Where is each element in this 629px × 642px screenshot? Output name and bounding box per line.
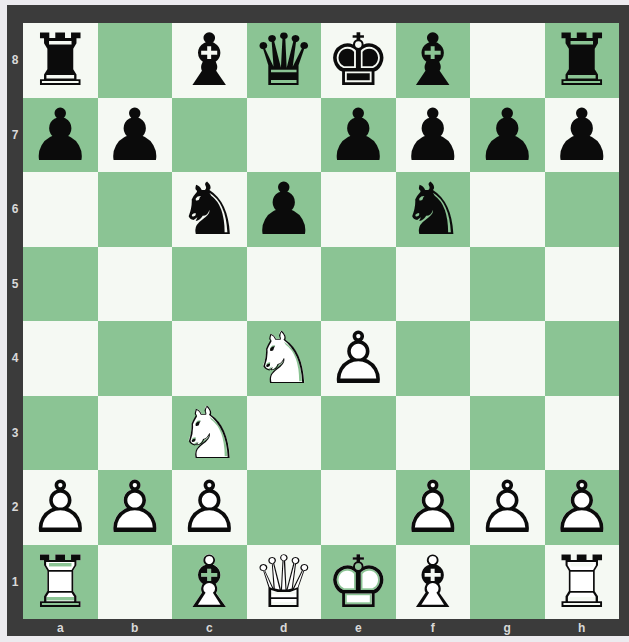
square-e3[interactable] <box>321 396 396 471</box>
file-label-c: c <box>172 619 247 636</box>
rank-label-1: 1 <box>7 545 23 620</box>
square-h4[interactable] <box>545 321 620 396</box>
square-f8[interactable]: ♝ <box>396 23 471 98</box>
square-d1[interactable]: ♛♕ <box>247 545 322 620</box>
square-h6[interactable] <box>545 172 620 247</box>
piece-black-queen[interactable]: ♛ <box>247 23 322 98</box>
square-h3[interactable] <box>545 396 620 471</box>
square-c4[interactable] <box>172 321 247 396</box>
square-e5[interactable] <box>321 247 396 322</box>
square-h8[interactable]: ♜ <box>545 23 620 98</box>
piece-white-pawn[interactable]: ♟♙ <box>98 470 173 545</box>
square-a6[interactable] <box>23 172 98 247</box>
file-label-d: d <box>247 619 322 636</box>
file-label-f: f <box>396 619 471 636</box>
square-h5[interactable] <box>545 247 620 322</box>
square-e1[interactable]: ♚♔ <box>321 545 396 620</box>
file-label-a: a <box>23 619 98 636</box>
square-h2[interactable]: ♟♙ <box>545 470 620 545</box>
square-c5[interactable] <box>172 247 247 322</box>
piece-black-pawn[interactable]: ♟ <box>321 98 396 173</box>
file-label-h: h <box>545 619 620 636</box>
file-label-e: e <box>321 619 396 636</box>
rank-label-3: 3 <box>7 396 23 471</box>
piece-black-knight[interactable]: ♞ <box>396 172 471 247</box>
piece-black-pawn[interactable]: ♟ <box>396 98 471 173</box>
square-a8[interactable]: ♜ <box>23 23 98 98</box>
square-d5[interactable] <box>247 247 322 322</box>
piece-white-pawn[interactable]: ♟♙ <box>172 470 247 545</box>
square-b2[interactable]: ♟♙ <box>98 470 173 545</box>
square-e6[interactable] <box>321 172 396 247</box>
square-e4[interactable]: ♟♙ <box>321 321 396 396</box>
piece-white-rook[interactable]: ♜♖ <box>23 545 98 620</box>
square-c3[interactable]: ♞♘ <box>172 396 247 471</box>
square-g6[interactable] <box>470 172 545 247</box>
square-g7[interactable]: ♟ <box>470 98 545 173</box>
rank-label-2: 2 <box>7 470 23 545</box>
square-f1[interactable]: ♝♗ <box>396 545 471 620</box>
piece-black-pawn[interactable]: ♟ <box>247 172 322 247</box>
square-a4[interactable] <box>23 321 98 396</box>
rank-label-7: 7 <box>7 98 23 173</box>
rank-label-6: 6 <box>7 172 23 247</box>
square-a1[interactable]: ♜♖ <box>23 545 98 620</box>
square-b3[interactable] <box>98 396 173 471</box>
file-label-b: b <box>98 619 173 636</box>
square-g5[interactable] <box>470 247 545 322</box>
chess-board: ♜♝♛♚♝♜♟♟♟♟♟♟♞♟♞♞♘♟♙♞♘♟♙♟♙♟♙♟♙♟♙♟♙♜♖♝♗♛♕♚… <box>23 23 619 619</box>
piece-white-bishop[interactable]: ♝♗ <box>396 545 471 620</box>
square-b1[interactable] <box>98 545 173 620</box>
square-d8[interactable]: ♛ <box>247 23 322 98</box>
square-a3[interactable] <box>23 396 98 471</box>
piece-white-king[interactable]: ♚♔ <box>321 545 396 620</box>
piece-black-pawn[interactable]: ♟ <box>545 98 620 173</box>
piece-white-pawn[interactable]: ♟♙ <box>23 470 98 545</box>
square-c2[interactable]: ♟♙ <box>172 470 247 545</box>
square-b6[interactable] <box>98 172 173 247</box>
square-f5[interactable] <box>396 247 471 322</box>
square-e8[interactable]: ♚ <box>321 23 396 98</box>
square-f6[interactable]: ♞ <box>396 172 471 247</box>
square-b4[interactable] <box>98 321 173 396</box>
square-h1[interactable]: ♜♖ <box>545 545 620 620</box>
square-d7[interactable] <box>247 98 322 173</box>
piece-black-knight[interactable]: ♞ <box>172 172 247 247</box>
square-e2[interactable] <box>321 470 396 545</box>
piece-black-king[interactable]: ♚ <box>321 23 396 98</box>
piece-white-pawn[interactable]: ♟♙ <box>321 321 396 396</box>
square-e7[interactable]: ♟ <box>321 98 396 173</box>
square-g4[interactable] <box>470 321 545 396</box>
rank-labels: 87654321 <box>7 23 23 619</box>
piece-black-rook[interactable]: ♜ <box>23 23 98 98</box>
piece-white-queen[interactable]: ♛♕ <box>247 545 322 620</box>
square-d6[interactable]: ♟ <box>247 172 322 247</box>
square-a7[interactable]: ♟ <box>23 98 98 173</box>
square-c6[interactable]: ♞ <box>172 172 247 247</box>
square-a5[interactable] <box>23 247 98 322</box>
piece-white-bishop[interactable]: ♝♗ <box>172 545 247 620</box>
piece-white-pawn[interactable]: ♟♙ <box>545 470 620 545</box>
board-frame: 87654321 abcdefgh ♜♝♛♚♝♜♟♟♟♟♟♟♞♟♞♞♘♟♙♞♘♟… <box>7 5 629 636</box>
square-g3[interactable] <box>470 396 545 471</box>
square-c8[interactable]: ♝ <box>172 23 247 98</box>
piece-white-rook[interactable]: ♜♖ <box>545 545 620 620</box>
piece-black-pawn[interactable]: ♟ <box>470 98 545 173</box>
file-labels: abcdefgh <box>23 619 619 636</box>
square-a2[interactable]: ♟♙ <box>23 470 98 545</box>
piece-white-knight[interactable]: ♞♘ <box>247 321 322 396</box>
piece-black-bishop[interactable]: ♝ <box>172 23 247 98</box>
rank-label-5: 5 <box>7 247 23 322</box>
piece-black-bishop[interactable]: ♝ <box>396 23 471 98</box>
square-b5[interactable] <box>98 247 173 322</box>
piece-white-pawn[interactable]: ♟♙ <box>470 470 545 545</box>
square-b8[interactable] <box>98 23 173 98</box>
square-c7[interactable] <box>172 98 247 173</box>
piece-white-knight[interactable]: ♞♘ <box>172 396 247 471</box>
file-label-g: g <box>470 619 545 636</box>
square-f3[interactable] <box>396 396 471 471</box>
square-f4[interactable] <box>396 321 471 396</box>
rank-label-8: 8 <box>7 23 23 98</box>
square-b7[interactable]: ♟ <box>98 98 173 173</box>
piece-black-rook[interactable]: ♜ <box>545 23 620 98</box>
square-f7[interactable]: ♟ <box>396 98 471 173</box>
square-f2[interactable]: ♟♙ <box>396 470 471 545</box>
square-d2[interactable] <box>247 470 322 545</box>
square-g2[interactable]: ♟♙ <box>470 470 545 545</box>
square-g8[interactable] <box>470 23 545 98</box>
piece-black-pawn[interactable]: ♟ <box>23 98 98 173</box>
square-g1[interactable] <box>470 545 545 620</box>
square-h7[interactable]: ♟ <box>545 98 620 173</box>
square-d3[interactable] <box>247 396 322 471</box>
rank-label-4: 4 <box>7 321 23 396</box>
square-d4[interactable]: ♞♘ <box>247 321 322 396</box>
piece-white-pawn[interactable]: ♟♙ <box>396 470 471 545</box>
piece-black-pawn[interactable]: ♟ <box>98 98 173 173</box>
square-c1[interactable]: ♝♗ <box>172 545 247 620</box>
